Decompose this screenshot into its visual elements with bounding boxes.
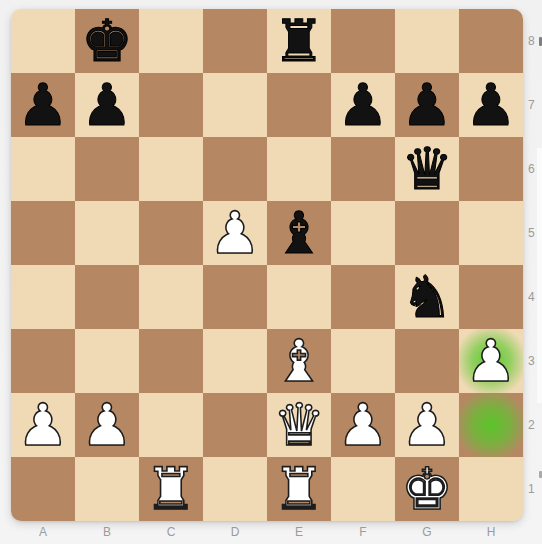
square-d4[interactable] — [203, 265, 267, 329]
square-g7[interactable]: ♟ — [395, 73, 459, 137]
square-c4[interactable] — [139, 265, 203, 329]
square-d8[interactable] — [203, 9, 267, 73]
square-h8[interactable] — [459, 9, 523, 73]
square-b7[interactable]: ♟ — [75, 73, 139, 137]
rank-label-1: 1 — [526, 457, 540, 521]
square-b6[interactable] — [75, 137, 139, 201]
square-f1[interactable] — [331, 457, 395, 521]
square-g6[interactable]: ♛ — [395, 137, 459, 201]
piece-black-bishop-e5[interactable]: ♝ — [273, 201, 325, 265]
square-h7[interactable]: ♟ — [459, 73, 523, 137]
square-e4[interactable] — [267, 265, 331, 329]
square-a5[interactable] — [11, 201, 75, 265]
square-b1[interactable] — [75, 457, 139, 521]
square-c3[interactable] — [139, 329, 203, 393]
square-b2[interactable]: ♟ — [75, 393, 139, 457]
piece-black-knight-g4[interactable]: ♞ — [401, 265, 453, 329]
piece-white-king-g1[interactable]: ♚ — [401, 457, 453, 521]
piece-black-pawn-g7[interactable]: ♟ — [401, 73, 453, 137]
square-f2[interactable]: ♟ — [331, 393, 395, 457]
square-c2[interactable] — [139, 393, 203, 457]
square-a2[interactable]: ♟ — [11, 393, 75, 457]
square-d6[interactable] — [203, 137, 267, 201]
square-b3[interactable] — [75, 329, 139, 393]
square-e3[interactable]: ♝ — [267, 329, 331, 393]
square-g4[interactable]: ♞ — [395, 265, 459, 329]
file-label-d: D — [203, 521, 267, 543]
square-g8[interactable] — [395, 9, 459, 73]
file-label-g: G — [395, 521, 459, 543]
square-f8[interactable] — [331, 9, 395, 73]
square-h4[interactable] — [459, 265, 523, 329]
piece-white-pawn-g2[interactable]: ♟ — [401, 393, 453, 457]
square-f3[interactable] — [331, 329, 395, 393]
square-e8[interactable]: ♜ — [267, 9, 331, 73]
square-a7[interactable]: ♟ — [11, 73, 75, 137]
file-label-e: E — [267, 521, 331, 543]
chess-board: ♚♜♟♟♟♟♟♛♟♝♞♝♟♟♟♛♟♟♜♜♚ — [11, 9, 523, 521]
square-g1[interactable]: ♚ — [395, 457, 459, 521]
piece-white-pawn-b2[interactable]: ♟ — [81, 393, 133, 457]
square-d1[interactable] — [203, 457, 267, 521]
square-d7[interactable] — [203, 73, 267, 137]
square-h1[interactable] — [459, 457, 523, 521]
square-d3[interactable] — [203, 329, 267, 393]
square-f6[interactable] — [331, 137, 395, 201]
square-d5[interactable]: ♟ — [203, 201, 267, 265]
square-h3[interactable]: ♟ — [459, 329, 523, 393]
file-label-c: C — [139, 521, 203, 543]
piece-black-pawn-b7[interactable]: ♟ — [81, 73, 133, 137]
square-e2[interactable]: ♛ — [267, 393, 331, 457]
square-b4[interactable] — [75, 265, 139, 329]
file-label-b: B — [75, 521, 139, 543]
piece-white-bishop-e3[interactable]: ♝ — [273, 329, 325, 393]
square-c5[interactable] — [139, 201, 203, 265]
square-a1[interactable] — [11, 457, 75, 521]
square-g2[interactable]: ♟ — [395, 393, 459, 457]
square-f5[interactable] — [331, 201, 395, 265]
piece-white-pawn-h3[interactable]: ♟ — [465, 329, 517, 393]
piece-white-pawn-f2[interactable]: ♟ — [337, 393, 389, 457]
file-label-f: F — [331, 521, 395, 543]
square-e1[interactable]: ♜ — [267, 457, 331, 521]
square-a3[interactable] — [11, 329, 75, 393]
piece-black-queen-g6[interactable]: ♛ — [401, 137, 453, 201]
file-label-a: A — [11, 521, 75, 543]
square-h6[interactable] — [459, 137, 523, 201]
square-e7[interactable] — [267, 73, 331, 137]
piece-white-rook-e1[interactable]: ♜ — [273, 457, 325, 521]
piece-black-king-b8[interactable]: ♚ — [81, 9, 133, 73]
square-g5[interactable] — [395, 201, 459, 265]
square-f7[interactable]: ♟ — [331, 73, 395, 137]
piece-white-pawn-a2[interactable]: ♟ — [17, 393, 69, 457]
rank-label-7: 7 — [526, 73, 540, 137]
board-panel: ♚♜♟♟♟♟♟♛♟♝♞♝♟♟♟♛♟♟♜♜♚ — [11, 9, 523, 521]
square-c6[interactable] — [139, 137, 203, 201]
square-f4[interactable] — [331, 265, 395, 329]
page: ♚♜♟♟♟♟♟♛♟♝♞♝♟♟♟♛♟♟♜♜♚ ABCDEFGH 87654321 — [0, 0, 542, 544]
rank-label-8: 8 — [526, 9, 540, 73]
piece-black-pawn-a7[interactable]: ♟ — [17, 73, 69, 137]
square-c7[interactable] — [139, 73, 203, 137]
square-d2[interactable] — [203, 393, 267, 457]
square-a4[interactable] — [11, 265, 75, 329]
file-labels: ABCDEFGH — [11, 521, 523, 543]
square-b5[interactable] — [75, 201, 139, 265]
square-h5[interactable] — [459, 201, 523, 265]
square-b8[interactable]: ♚ — [75, 9, 139, 73]
file-label-h: H — [459, 521, 523, 543]
square-c8[interactable] — [139, 9, 203, 73]
square-e5[interactable]: ♝ — [267, 201, 331, 265]
piece-white-queen-e2[interactable]: ♛ — [273, 393, 325, 457]
square-h2[interactable] — [459, 393, 523, 457]
piece-white-rook-c1[interactable]: ♜ — [145, 457, 197, 521]
square-g3[interactable] — [395, 329, 459, 393]
square-e6[interactable] — [267, 137, 331, 201]
square-c1[interactable]: ♜ — [139, 457, 203, 521]
piece-white-pawn-d5[interactable]: ♟ — [209, 201, 261, 265]
piece-black-pawn-f7[interactable]: ♟ — [337, 73, 389, 137]
right-panel-edge — [537, 148, 542, 403]
square-a8[interactable] — [11, 9, 75, 73]
piece-black-pawn-h7[interactable]: ♟ — [465, 73, 517, 137]
piece-black-rook-e8[interactable]: ♜ — [273, 9, 325, 73]
square-a6[interactable] — [11, 137, 75, 201]
